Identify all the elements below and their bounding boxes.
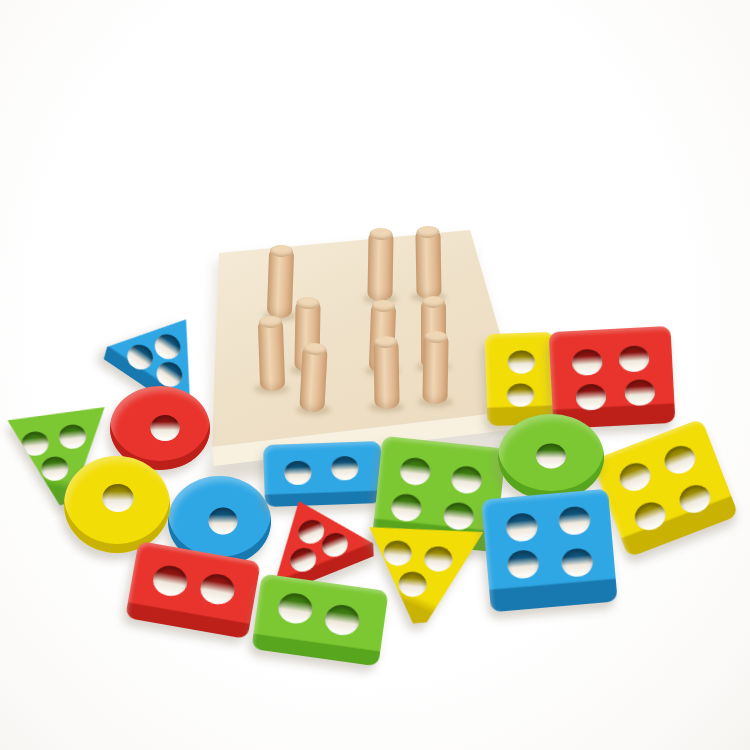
piece-yellow-rectangle (484, 332, 557, 426)
yellow-triangle-face (363, 524, 484, 632)
wooden-peg-4-triangle-post (299, 344, 327, 412)
yellow-square-hole-1 (616, 459, 655, 495)
piece-blue-square (481, 489, 617, 613)
green-square-hole-2 (450, 465, 483, 495)
yellow-square-hole-2 (660, 442, 699, 478)
red-square-hole-2 (619, 345, 650, 373)
wooden-peg-2-triangle-post (258, 318, 286, 392)
red-circle-hole-1 (151, 415, 180, 441)
wooden-peg-9-square-post (373, 338, 399, 409)
yellow-square-face (591, 418, 738, 557)
wooden-peg-1-circle-post (267, 247, 294, 319)
green-circle-hole-1 (536, 444, 566, 469)
yellow-triangle-hole-1 (382, 540, 412, 567)
red-square-hole-3 (575, 383, 606, 411)
green-triangle-hole-1 (21, 430, 50, 457)
blue-rectangle-hole-2 (331, 456, 359, 481)
blue-square-hole-1 (505, 512, 538, 543)
yellow-square-hole-3 (631, 498, 670, 534)
piece-yellow-square (591, 418, 738, 557)
green-rectangle-hole-2 (323, 603, 361, 637)
blue-triangle-hole-2 (123, 340, 158, 374)
yellow-triangle-hole-3 (397, 571, 427, 598)
red-triangle-hole-2 (287, 544, 320, 575)
yellow-rectangle-hole-2 (507, 383, 535, 407)
green-square-hole-3 (390, 492, 423, 522)
blue-square-hole-3 (506, 549, 539, 580)
blue-square-hole-4 (561, 548, 594, 579)
green-square-hole-4 (443, 501, 476, 531)
yellow-circle-face (64, 456, 170, 553)
yellow-square-hole-4 (675, 481, 714, 517)
piece-yellow-circle (64, 456, 170, 553)
blue-rectangle-hole-1 (284, 460, 312, 485)
blue-circle-hole-1 (208, 508, 237, 535)
blue-square-face (481, 489, 617, 613)
wooden-peg-6-rectangle-post (415, 228, 441, 299)
piece-yellow-triangle (363, 524, 484, 632)
green-rectangle-hole-1 (277, 592, 315, 626)
toy-photo-scene (0, 0, 750, 750)
yellow-rectangle-hole-1 (507, 350, 535, 374)
red-square-hole-1 (571, 349, 602, 377)
red-square-hole-4 (624, 379, 655, 407)
blue-triangle-hole-1 (150, 329, 185, 363)
wooden-peg-5-rectangle-post (367, 230, 393, 301)
yellow-circle-hole-1 (103, 484, 134, 512)
yellow-rectangle-face (484, 332, 557, 426)
red-rectangle-hole-1 (151, 564, 190, 599)
piece-green-circle (498, 414, 604, 500)
green-square-hole-1 (399, 457, 432, 487)
wooden-peg-10-square-post (422, 333, 448, 404)
yellow-triangle-hole-2 (423, 546, 453, 573)
green-triangle-hole-2 (58, 424, 87, 451)
red-rectangle-hole-2 (198, 572, 237, 607)
green-circle-face (498, 414, 604, 500)
blue-square-hole-2 (558, 506, 591, 537)
